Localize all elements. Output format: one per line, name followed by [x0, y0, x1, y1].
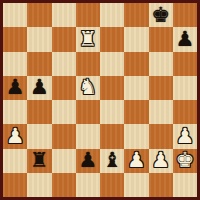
square-h5[interactable]	[173, 76, 197, 100]
square-g7[interactable]	[149, 27, 173, 51]
square-b4[interactable]	[27, 100, 51, 124]
square-h7[interactable]: ♟	[173, 27, 197, 51]
square-d3[interactable]	[76, 124, 100, 148]
square-b5[interactable]: ♟	[27, 76, 51, 100]
square-e6[interactable]	[100, 52, 124, 76]
square-a5[interactable]: ♟	[3, 76, 27, 100]
square-c4[interactable]	[52, 100, 76, 124]
square-c3[interactable]	[52, 124, 76, 148]
square-e2[interactable]: ♝	[100, 149, 124, 173]
square-h2[interactable]: ♚	[173, 149, 197, 173]
square-a2[interactable]	[3, 149, 27, 173]
square-d6[interactable]	[76, 52, 100, 76]
square-g1[interactable]	[149, 173, 173, 197]
square-e7[interactable]	[100, 27, 124, 51]
square-c5[interactable]	[52, 76, 76, 100]
square-f7[interactable]	[124, 27, 148, 51]
chess-board: ♚♜♟♟♟♞♟♟♜♟♝♟♟♚	[0, 0, 200, 200]
black-pawn-piece: ♟	[175, 29, 194, 50]
square-e3[interactable]	[100, 124, 124, 148]
white-knight-piece: ♞	[78, 77, 97, 98]
square-d2[interactable]: ♟	[76, 149, 100, 173]
square-b6[interactable]	[27, 52, 51, 76]
black-pawn-piece: ♟	[6, 77, 25, 98]
square-f8[interactable]	[124, 3, 148, 27]
square-a8[interactable]	[3, 3, 27, 27]
square-a3[interactable]: ♟	[3, 124, 27, 148]
square-a6[interactable]	[3, 52, 27, 76]
square-b8[interactable]	[27, 3, 51, 27]
square-b3[interactable]	[27, 124, 51, 148]
square-h6[interactable]	[173, 52, 197, 76]
white-king-piece: ♚	[175, 150, 194, 171]
white-pawn-piece: ♟	[6, 126, 25, 147]
square-a1[interactable]	[3, 173, 27, 197]
square-g8[interactable]: ♚	[149, 3, 173, 27]
square-h4[interactable]	[173, 100, 197, 124]
square-e8[interactable]	[100, 3, 124, 27]
black-king-piece: ♚	[151, 5, 170, 26]
square-f1[interactable]	[124, 173, 148, 197]
square-c2[interactable]	[52, 149, 76, 173]
square-f5[interactable]	[124, 76, 148, 100]
white-pawn-piece: ♟	[175, 126, 194, 147]
square-c8[interactable]	[52, 3, 76, 27]
square-d1[interactable]	[76, 173, 100, 197]
square-g2[interactable]: ♟	[149, 149, 173, 173]
chess-diagram: ♚♜♟♟♟♞♟♟♜♟♝♟♟♚	[0, 0, 200, 200]
square-h8[interactable]	[173, 3, 197, 27]
square-h3[interactable]: ♟	[173, 124, 197, 148]
square-b7[interactable]	[27, 27, 51, 51]
square-c7[interactable]	[52, 27, 76, 51]
square-e4[interactable]	[100, 100, 124, 124]
square-c1[interactable]	[52, 173, 76, 197]
white-rook-piece: ♜	[78, 29, 97, 50]
white-pawn-piece: ♟	[127, 150, 146, 171]
square-c6[interactable]	[52, 52, 76, 76]
square-h1[interactable]	[173, 173, 197, 197]
square-b1[interactable]	[27, 173, 51, 197]
black-pawn-piece: ♟	[78, 150, 97, 171]
square-g3[interactable]	[149, 124, 173, 148]
square-e5[interactable]	[100, 76, 124, 100]
black-pawn-piece: ♟	[30, 77, 49, 98]
square-b2[interactable]: ♜	[27, 149, 51, 173]
square-d5[interactable]: ♞	[76, 76, 100, 100]
square-a4[interactable]	[3, 100, 27, 124]
square-f6[interactable]	[124, 52, 148, 76]
square-d8[interactable]	[76, 3, 100, 27]
black-bishop-piece: ♝	[103, 150, 122, 171]
black-rook-piece: ♜	[30, 150, 49, 171]
square-e1[interactable]	[100, 173, 124, 197]
square-g5[interactable]	[149, 76, 173, 100]
square-f3[interactable]	[124, 124, 148, 148]
white-pawn-piece: ♟	[151, 150, 170, 171]
square-d4[interactable]	[76, 100, 100, 124]
square-g6[interactable]	[149, 52, 173, 76]
square-d7[interactable]: ♜	[76, 27, 100, 51]
square-f2[interactable]: ♟	[124, 149, 148, 173]
square-f4[interactable]	[124, 100, 148, 124]
square-a7[interactable]	[3, 27, 27, 51]
square-g4[interactable]	[149, 100, 173, 124]
